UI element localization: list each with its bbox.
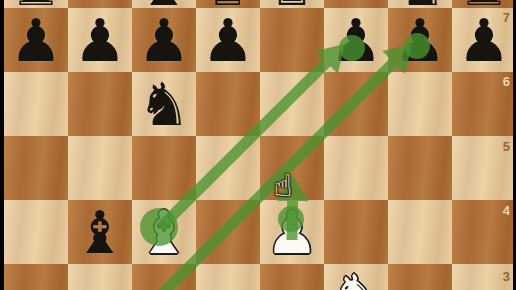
square-d3[interactable]: [196, 264, 260, 290]
black-piece-g7[interactable]: ♟: [388, 8, 452, 72]
white-piece-e4[interactable]: ♟: [260, 200, 324, 264]
square-d4[interactable]: [196, 200, 260, 264]
square-a4[interactable]: [4, 200, 68, 264]
chess-board[interactable]: ♜♝♛♚♞♜♟♟♟♟♟♟♟♞♝♝♟♞: [4, 0, 516, 290]
white-piece-c4[interactable]: ♝: [132, 200, 196, 264]
square-f6[interactable]: [324, 72, 388, 136]
square-b5[interactable]: [68, 136, 132, 200]
square-b6[interactable]: [68, 72, 132, 136]
square-a6[interactable]: [4, 72, 68, 136]
letterbox-left: [0, 0, 4, 290]
square-e8[interactable]: ♚: [260, 0, 324, 8]
black-piece-d7[interactable]: ♟: [196, 8, 260, 72]
square-a7[interactable]: ♟: [4, 8, 68, 72]
square-c3[interactable]: [132, 264, 196, 290]
square-e3[interactable]: [260, 264, 324, 290]
rank-label-4: 4: [503, 203, 510, 218]
rank-label-3: 3: [503, 269, 510, 284]
square-d5[interactable]: [196, 136, 260, 200]
black-piece-f7[interactable]: ♟: [324, 8, 388, 72]
square-a5[interactable]: [4, 136, 68, 200]
chess-lesson-frame: ♜♝♛♚♞♜♟♟♟♟♟♟♟♞♝♝♟♞ 76543 ☝: [0, 0, 516, 290]
square-e7[interactable]: [260, 8, 324, 72]
square-e6[interactable]: [260, 72, 324, 136]
rank-label-5: 5: [503, 139, 510, 154]
square-g4[interactable]: [388, 200, 452, 264]
square-g3[interactable]: [388, 264, 452, 290]
square-d6[interactable]: [196, 72, 260, 136]
black-piece-c6[interactable]: ♞: [132, 72, 196, 136]
square-a3[interactable]: [4, 264, 68, 290]
square-d7[interactable]: ♟: [196, 8, 260, 72]
square-g5[interactable]: [388, 136, 452, 200]
square-c4[interactable]: ♝: [132, 200, 196, 264]
square-c7[interactable]: ♟: [132, 8, 196, 72]
black-piece-c7[interactable]: ♟: [132, 8, 196, 72]
square-c5[interactable]: [132, 136, 196, 200]
rank-label-7: 7: [503, 10, 510, 25]
white-piece-f3[interactable]: ♞: [324, 264, 388, 290]
square-b4[interactable]: ♝: [68, 200, 132, 264]
square-b7[interactable]: ♟: [68, 8, 132, 72]
square-c6[interactable]: ♞: [132, 72, 196, 136]
rank-label-6: 6: [503, 74, 510, 89]
square-f5[interactable]: [324, 136, 388, 200]
black-piece-b7[interactable]: ♟: [68, 8, 132, 72]
square-g6[interactable]: [388, 72, 452, 136]
square-e4[interactable]: ♟: [260, 200, 324, 264]
square-f3[interactable]: ♞: [324, 264, 388, 290]
square-f7[interactable]: ♟: [324, 8, 388, 72]
hand-cursor-icon: ☝: [274, 168, 292, 203]
black-piece-b4[interactable]: ♝: [68, 200, 132, 264]
square-f4[interactable]: [324, 200, 388, 264]
black-piece-a7[interactable]: ♟: [4, 8, 68, 72]
square-g7[interactable]: ♟: [388, 8, 452, 72]
square-b3[interactable]: [68, 264, 132, 290]
